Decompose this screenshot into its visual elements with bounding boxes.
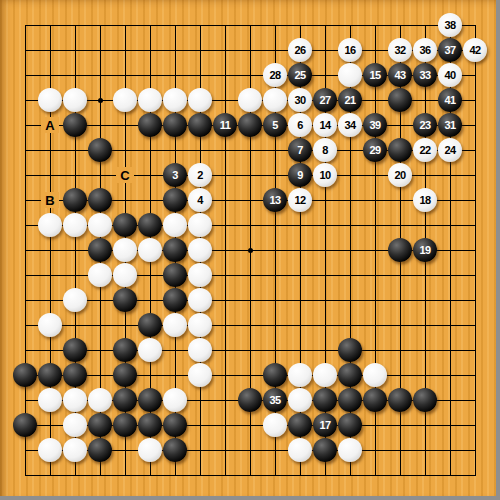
black-stone[interactable]: [88, 238, 112, 262]
white-stone[interactable]: [288, 363, 312, 387]
black-stone[interactable]: [238, 113, 262, 137]
black-stone[interactable]: 11: [213, 113, 237, 137]
black-stone[interactable]: [238, 388, 262, 412]
black-stone[interactable]: [88, 188, 112, 212]
black-stone[interactable]: 23: [413, 113, 437, 137]
black-stone[interactable]: [13, 413, 37, 437]
white-stone[interactable]: 12: [288, 188, 312, 212]
black-stone[interactable]: [338, 388, 362, 412]
black-stone[interactable]: 17: [313, 413, 337, 437]
black-stone[interactable]: 41: [438, 88, 462, 112]
white-stone[interactable]: [188, 263, 212, 287]
white-stone[interactable]: 6: [288, 113, 312, 137]
white-stone[interactable]: [163, 388, 187, 412]
black-stone[interactable]: [388, 388, 412, 412]
black-stone[interactable]: [138, 413, 162, 437]
white-stone[interactable]: [288, 388, 312, 412]
white-stone[interactable]: 16: [338, 38, 362, 62]
white-stone[interactable]: [188, 238, 212, 262]
white-stone[interactable]: [113, 238, 137, 262]
white-stone[interactable]: [38, 388, 62, 412]
white-stone[interactable]: [188, 288, 212, 312]
black-stone[interactable]: [138, 113, 162, 137]
white-stone[interactable]: [38, 438, 62, 462]
black-stone[interactable]: [13, 363, 37, 387]
black-stone[interactable]: [163, 188, 187, 212]
black-stone[interactable]: 15: [363, 63, 387, 87]
white-stone[interactable]: [63, 288, 87, 312]
white-stone[interactable]: [263, 88, 287, 112]
black-stone[interactable]: [63, 113, 87, 137]
white-stone[interactable]: 14: [313, 113, 337, 137]
black-stone[interactable]: [88, 138, 112, 162]
black-stone[interactable]: 7: [288, 138, 312, 162]
black-stone[interactable]: [388, 138, 412, 162]
black-stone[interactable]: 5: [263, 113, 287, 137]
white-stone[interactable]: [88, 263, 112, 287]
white-stone[interactable]: [338, 63, 362, 87]
black-stone[interactable]: [88, 438, 112, 462]
black-stone[interactable]: [138, 313, 162, 337]
white-stone[interactable]: 32: [388, 38, 412, 62]
white-stone[interactable]: [38, 213, 62, 237]
white-stone[interactable]: [188, 213, 212, 237]
white-stone[interactable]: [163, 213, 187, 237]
black-stone[interactable]: [163, 263, 187, 287]
black-stone[interactable]: [313, 438, 337, 462]
black-stone[interactable]: [288, 413, 312, 437]
black-stone[interactable]: 39: [363, 113, 387, 137]
white-stone[interactable]: [63, 388, 87, 412]
black-stone[interactable]: [138, 388, 162, 412]
white-stone[interactable]: [313, 363, 337, 387]
black-stone[interactable]: [338, 413, 362, 437]
black-stone[interactable]: [113, 413, 137, 437]
black-stone[interactable]: [263, 363, 287, 387]
black-stone[interactable]: 3: [163, 163, 187, 187]
white-stone[interactable]: 34: [338, 113, 362, 137]
point-label-C: C: [116, 167, 134, 183]
white-stone[interactable]: 24: [438, 138, 462, 162]
white-stone[interactable]: 38: [438, 13, 462, 37]
black-stone[interactable]: 21: [338, 88, 362, 112]
black-stone[interactable]: [113, 388, 137, 412]
white-stone[interactable]: 18: [413, 188, 437, 212]
black-stone[interactable]: [388, 88, 412, 112]
white-stone[interactable]: 10: [313, 163, 337, 187]
white-stone[interactable]: [138, 88, 162, 112]
black-stone[interactable]: [88, 413, 112, 437]
black-stone[interactable]: 31: [438, 113, 462, 137]
black-stone[interactable]: [388, 238, 412, 262]
white-stone[interactable]: [163, 313, 187, 337]
white-stone[interactable]: [88, 388, 112, 412]
black-stone[interactable]: [163, 113, 187, 137]
black-stone[interactable]: [63, 363, 87, 387]
black-stone[interactable]: [413, 388, 437, 412]
white-stone[interactable]: [63, 438, 87, 462]
white-stone[interactable]: [63, 413, 87, 437]
white-stone[interactable]: [63, 213, 87, 237]
black-stone[interactable]: 13: [263, 188, 287, 212]
white-stone[interactable]: [363, 363, 387, 387]
white-stone[interactable]: 4: [188, 188, 212, 212]
black-stone[interactable]: [113, 213, 137, 237]
white-stone[interactable]: [188, 88, 212, 112]
white-stone[interactable]: [188, 338, 212, 362]
white-stone[interactable]: [263, 413, 287, 437]
white-stone[interactable]: [188, 363, 212, 387]
white-stone[interactable]: [63, 88, 87, 112]
black-stone[interactable]: [338, 363, 362, 387]
white-stone[interactable]: 26: [288, 38, 312, 62]
white-stone[interactable]: 2: [188, 163, 212, 187]
white-stone[interactable]: 42: [463, 38, 487, 62]
black-stone[interactable]: 9: [288, 163, 312, 187]
white-stone[interactable]: [138, 338, 162, 362]
black-stone[interactable]: [163, 288, 187, 312]
white-stone[interactable]: [138, 238, 162, 262]
star-point: [248, 248, 253, 253]
black-stone[interactable]: 25: [288, 63, 312, 87]
white-stone[interactable]: [138, 438, 162, 462]
white-stone[interactable]: 20: [388, 163, 412, 187]
black-stone[interactable]: 43: [388, 63, 412, 87]
white-stone[interactable]: [288, 438, 312, 462]
white-stone[interactable]: [38, 88, 62, 112]
white-stone[interactable]: 36: [413, 38, 437, 62]
black-stone[interactable]: [138, 213, 162, 237]
black-stone[interactable]: [63, 338, 87, 362]
black-stone[interactable]: [113, 338, 137, 362]
white-stone[interactable]: [163, 88, 187, 112]
white-stone[interactable]: 40: [438, 63, 462, 87]
white-stone[interactable]: 8: [313, 138, 337, 162]
black-stone[interactable]: [313, 388, 337, 412]
white-stone[interactable]: [188, 313, 212, 337]
point-label-A: A: [41, 117, 59, 133]
black-stone[interactable]: [163, 413, 187, 437]
white-stone[interactable]: 28: [263, 63, 287, 87]
white-stone[interactable]: 22: [413, 138, 437, 162]
white-stone[interactable]: [38, 313, 62, 337]
go-board[interactable]: 3826163236374228251543334030272141115614…: [0, 0, 500, 500]
black-stone[interactable]: 27: [313, 88, 337, 112]
black-stone[interactable]: [38, 363, 62, 387]
black-stone[interactable]: [363, 388, 387, 412]
black-stone[interactable]: [63, 188, 87, 212]
white-stone[interactable]: [338, 438, 362, 462]
black-stone[interactable]: [163, 438, 187, 462]
black-stone[interactable]: [113, 288, 137, 312]
black-stone[interactable]: 37: [438, 38, 462, 62]
black-stone[interactable]: 29: [363, 138, 387, 162]
black-stone[interactable]: [163, 238, 187, 262]
white-stone[interactable]: [113, 263, 137, 287]
black-stone[interactable]: 33: [413, 63, 437, 87]
point-label-B: B: [41, 192, 59, 208]
black-stone[interactable]: [113, 363, 137, 387]
star-point: [98, 98, 103, 103]
black-stone[interactable]: 19: [413, 238, 437, 262]
black-stone[interactable]: [188, 113, 212, 137]
white-stone[interactable]: 30: [288, 88, 312, 112]
black-stone[interactable]: [338, 338, 362, 362]
white-stone[interactable]: [113, 88, 137, 112]
black-stone[interactable]: 35: [263, 388, 287, 412]
white-stone[interactable]: [88, 213, 112, 237]
white-stone[interactable]: [238, 88, 262, 112]
